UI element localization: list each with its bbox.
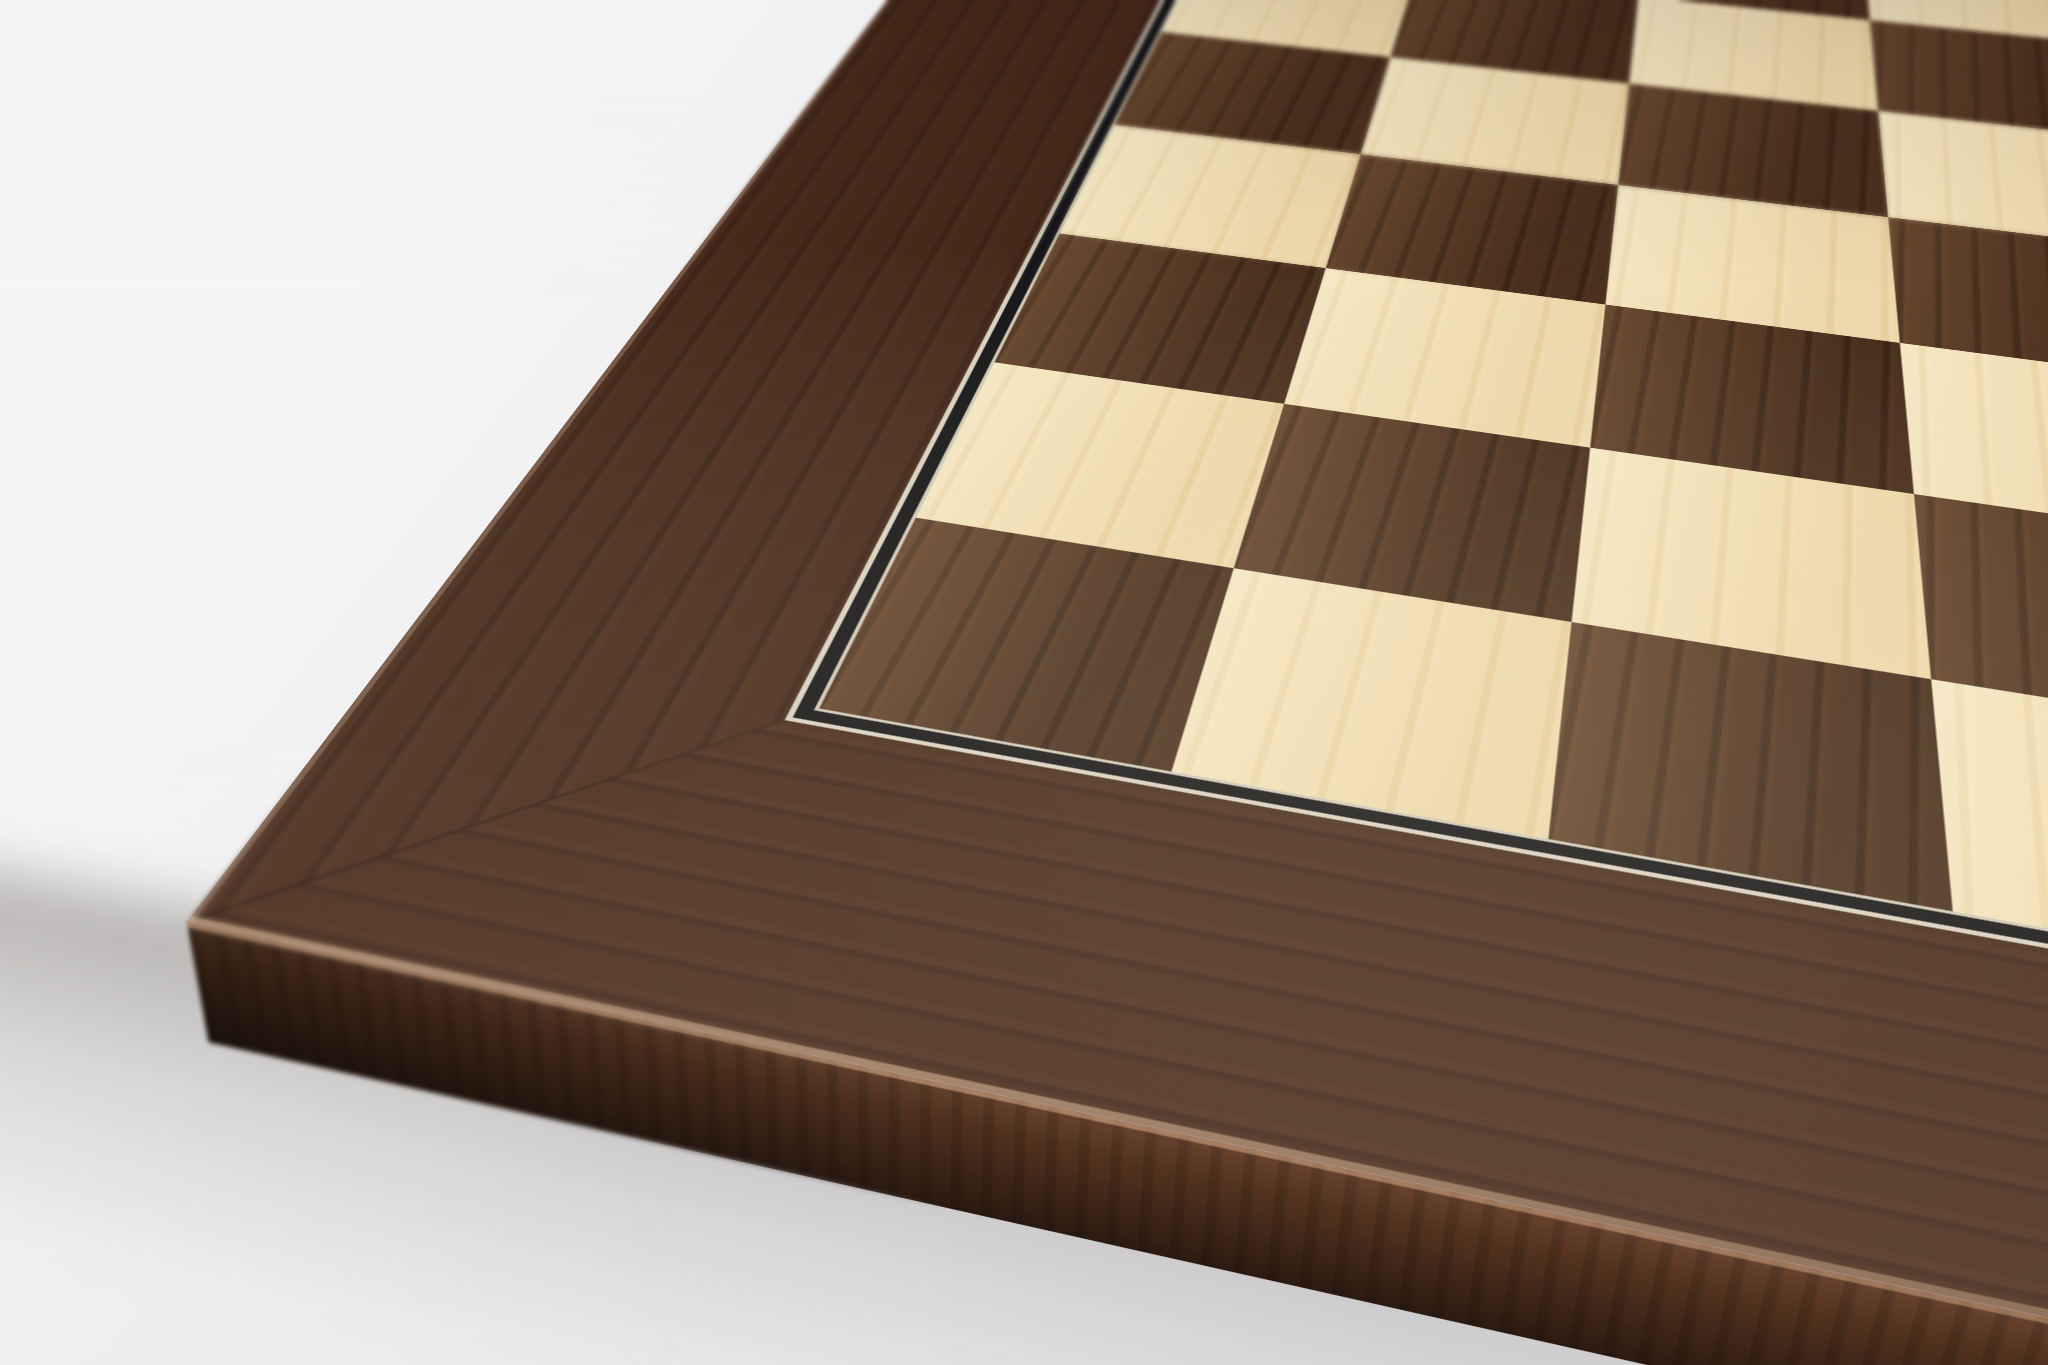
square-b2: [1234, 404, 1590, 622]
photo-of-chessboard: [0, 0, 2048, 1365]
square-d3: [1900, 343, 2048, 543]
square-a2: [916, 362, 1284, 568]
square-c1: [1548, 622, 1952, 911]
square-c2: [1572, 448, 1932, 680]
depth-of-field-blur-near-corner: [0, 690, 940, 1365]
square-b1: [1171, 568, 1571, 839]
square-c3: [1590, 305, 1914, 494]
square-d2: [1914, 494, 2048, 740]
square-d1: [1931, 679, 2048, 989]
depth-of-field-blur-far-edge: [0, 0, 2048, 300]
